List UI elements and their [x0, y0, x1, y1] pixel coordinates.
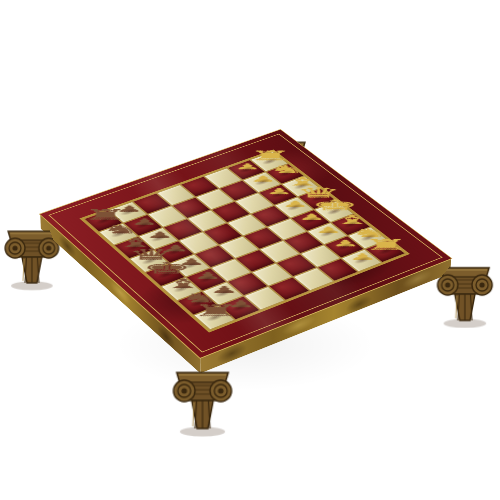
ionic-capital-leg-graphic: [170, 360, 234, 437]
product-photo-stage: ♜♞♝♛♚♝♞♜♟♟♟♟♟♟♟♟♟♟♟♟♟♟♟♟♜♞♝♛♚♝♞♜: [0, 0, 500, 500]
gold-rook-glyph: ♜: [238, 150, 303, 163]
square-g4: [276, 254, 317, 277]
ionic-capital-foot: [170, 360, 234, 437]
square-g5: [252, 263, 293, 286]
square-f4: [259, 240, 300, 263]
square-e5: [219, 236, 260, 259]
gold-king-glyph: ♚: [301, 198, 369, 212]
square-h4: [293, 267, 334, 290]
perspective-scene: ♜♞♝♛♚♝♞♜♟♟♟♟♟♟♟♟♟♟♟♟♟♟♟♟♜♞♝♛♚♝♞♜: [0, 0, 500, 500]
chess-board: ♜♞♝♛♚♝♞♜♟♟♟♟♟♟♟♟♟♟♟♟♟♟♟♟♜♞♝♛♚♝♞♜: [40, 130, 451, 358]
square-h5: [268, 277, 310, 301]
gold-bishop-glyph: ♝: [318, 214, 386, 226]
square-f5: [235, 249, 276, 272]
